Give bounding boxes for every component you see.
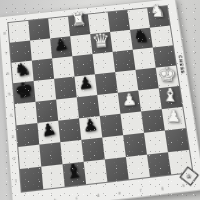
black-pawn-b3: ♟ — [37, 121, 60, 145]
square-g5 — [135, 68, 158, 91]
chess-board: 87654321 abcdefgh ♜♞♟♛♞♞♚♟♚♟♝♟♟♟♝ CHESS … — [0, 0, 200, 200]
square-a8 — [8, 21, 30, 43]
file-label-d: d — [87, 189, 109, 200]
file-label-e: e — [108, 187, 130, 198]
square-d1 — [84, 159, 108, 184]
square-h2 — [165, 128, 189, 152]
square-b3: ♟ — [37, 121, 60, 145]
white-pawn-h3: ♟ — [162, 107, 186, 131]
square-e7: ♛ — [90, 32, 112, 54]
square-a3 — [17, 123, 40, 147]
file-label-b: b — [44, 194, 66, 200]
white-queen-e7: ♛ — [90, 32, 112, 54]
black-pawn-d3: ♟ — [79, 116, 102, 140]
square-f2 — [123, 133, 147, 157]
black-king-a5: ♚ — [13, 81, 35, 104]
square-e3 — [100, 114, 123, 138]
black-pawn-d5: ♟ — [74, 74, 97, 97]
square-f4: ♟ — [118, 90, 141, 113]
crown-icon: ♔ — [186, 173, 193, 180]
square-b2 — [39, 142, 62, 166]
black-knight-g7: ♞ — [130, 28, 153, 50]
file-label-f: f — [130, 184, 152, 195]
file-label-a: a — [22, 197, 44, 200]
square-f7 — [110, 30, 133, 52]
square-a5: ♚ — [13, 81, 35, 104]
black-pawn-c7: ♟ — [50, 36, 72, 58]
board-tilt-wrapper: 87654321 abcdefgh ♜♞♟♛♞♞♚♟♚♟♝♟♟♟♝ CHESS … — [0, 0, 200, 200]
square-e1 — [105, 157, 129, 182]
square-c4 — [56, 97, 79, 120]
square-c1: ♝ — [62, 162, 86, 187]
photo-of-chess-board: 87654321 abcdefgh ♜♞♟♛♞♞♚♟♚♟♝♟♟♟♝ CHESS … — [0, 0, 200, 200]
white-pawn-f4: ♟ — [118, 90, 141, 113]
square-h8: ♞ — [147, 6, 170, 28]
square-f6 — [113, 50, 136, 72]
square-e5 — [95, 72, 118, 95]
white-knight-h8: ♞ — [147, 6, 170, 28]
square-b6 — [32, 58, 54, 81]
square-e4 — [97, 93, 120, 116]
square-a2 — [18, 145, 41, 169]
square-d7 — [70, 34, 92, 56]
square-b5 — [34, 79, 56, 102]
square-c5 — [54, 77, 77, 100]
square-g6 — [133, 47, 156, 69]
square-h3: ♟ — [162, 107, 186, 131]
file-label-c: c — [65, 192, 87, 200]
square-e2 — [102, 135, 126, 159]
square-c6 — [52, 56, 74, 79]
square-e6 — [92, 52, 115, 74]
square-f1 — [126, 155, 150, 180]
square-d3: ♟ — [79, 116, 102, 140]
square-d8: ♜ — [68, 15, 90, 37]
square-a1 — [20, 167, 43, 192]
square-g7: ♞ — [130, 28, 153, 50]
square-d2 — [81, 138, 104, 162]
square-b8 — [28, 19, 50, 41]
square-f3 — [120, 111, 144, 135]
square-c3 — [58, 118, 81, 142]
board-grid: ♜♞♟♛♞♞♚♟♚♟♝♟♟♟♝ — [8, 6, 192, 191]
black-bishop-c1: ♝ — [62, 162, 86, 187]
square-c7: ♟ — [50, 36, 72, 58]
square-a4 — [15, 102, 38, 126]
square-b1 — [41, 164, 64, 189]
board-brand-text: CHESS — [177, 55, 185, 74]
white-rook-d8: ♜ — [68, 15, 90, 37]
square-d5: ♟ — [74, 74, 97, 97]
square-b7 — [30, 38, 52, 60]
file-label-g: g — [151, 182, 174, 193]
square-f8 — [108, 10, 130, 32]
square-h7 — [150, 26, 173, 48]
